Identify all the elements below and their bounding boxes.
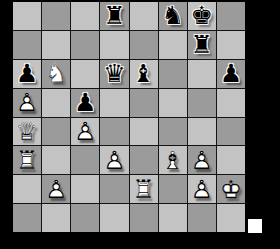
square-b3[interactable] bbox=[42, 146, 70, 174]
white-queen-icon: ♛ bbox=[13, 118, 41, 146]
black-pawn-a6[interactable]: ♟ bbox=[13, 60, 41, 88]
square-d3[interactable]: ♟♙ bbox=[100, 146, 128, 174]
square-b4[interactable] bbox=[42, 118, 70, 146]
square-c1[interactable] bbox=[71, 204, 99, 232]
white-pawn-outline-icon: ♙ bbox=[13, 89, 41, 117]
black-rook-g7[interactable]: ♜ bbox=[188, 31, 216, 59]
square-h7[interactable] bbox=[217, 31, 245, 59]
square-f8[interactable]: ♞ bbox=[159, 2, 187, 30]
white-rook-outline-icon: ♖ bbox=[13, 146, 41, 174]
square-h6[interactable]: ♟ bbox=[217, 60, 245, 88]
white-pawn-b2[interactable]: ♟♙ bbox=[42, 175, 70, 203]
white-pawn-icon: ♟ bbox=[100, 146, 128, 174]
square-e6[interactable]: ♝ bbox=[130, 60, 158, 88]
black-rook-icon: ♜ bbox=[100, 2, 128, 30]
white-queen-outline-icon: ♕ bbox=[13, 118, 41, 146]
square-c7[interactable] bbox=[71, 31, 99, 59]
square-e5[interactable] bbox=[130, 89, 158, 117]
white-knight-icon: ♞ bbox=[42, 60, 70, 88]
square-b6[interactable]: ♞♘ bbox=[42, 60, 70, 88]
square-d4[interactable] bbox=[100, 118, 128, 146]
black-queen-icon: ♛ bbox=[100, 60, 128, 88]
chess-board: ♜♞♚♜♟♞♘♛♝♟♟♙♟♛♕♟♙♜♖♟♙♝♗♟♙♟♙♜♖♟♙♚♔ bbox=[13, 2, 245, 232]
white-pawn-d3[interactable]: ♟♙ bbox=[100, 146, 128, 174]
black-pawn-c5[interactable]: ♟ bbox=[71, 89, 99, 117]
black-bishop-e6[interactable]: ♝ bbox=[130, 60, 158, 88]
white-pawn-g2[interactable]: ♟♙ bbox=[188, 175, 216, 203]
white-pawn-g3[interactable]: ♟♙ bbox=[188, 146, 216, 174]
white-pawn-outline-icon: ♙ bbox=[188, 175, 216, 203]
white-rook-e2[interactable]: ♜♖ bbox=[130, 175, 158, 203]
square-h3[interactable] bbox=[217, 146, 245, 174]
square-a2[interactable] bbox=[13, 175, 41, 203]
white-rook-outline-icon: ♖ bbox=[130, 175, 158, 203]
white-knight-outline-icon: ♘ bbox=[42, 60, 70, 88]
black-knight-icon: ♞ bbox=[159, 2, 187, 30]
square-g1[interactable] bbox=[188, 204, 216, 232]
square-a7[interactable] bbox=[13, 31, 41, 59]
square-c6[interactable] bbox=[71, 60, 99, 88]
square-e7[interactable] bbox=[130, 31, 158, 59]
square-h5[interactable] bbox=[217, 89, 245, 117]
square-g8[interactable]: ♚ bbox=[188, 2, 216, 30]
white-rook-icon: ♜ bbox=[130, 175, 158, 203]
square-e2[interactable]: ♜♖ bbox=[130, 175, 158, 203]
square-a6[interactable]: ♟ bbox=[13, 60, 41, 88]
black-rook-d8[interactable]: ♜ bbox=[100, 2, 128, 30]
square-a8[interactable] bbox=[13, 2, 41, 30]
white-pawn-icon: ♟ bbox=[188, 146, 216, 174]
black-bishop-icon: ♝ bbox=[130, 60, 158, 88]
black-pawn-h6[interactable]: ♟ bbox=[217, 60, 245, 88]
black-pawn-icon: ♟ bbox=[13, 60, 41, 88]
black-queen-d6[interactable]: ♛ bbox=[100, 60, 128, 88]
square-d2[interactable] bbox=[100, 175, 128, 203]
square-d5[interactable] bbox=[100, 89, 128, 117]
square-c3[interactable] bbox=[71, 146, 99, 174]
black-knight-f8[interactable]: ♞ bbox=[159, 2, 187, 30]
white-pawn-icon: ♟ bbox=[13, 89, 41, 117]
square-d8[interactable]: ♜ bbox=[100, 2, 128, 30]
square-a4[interactable]: ♛♕ bbox=[13, 118, 41, 146]
white-queen-a4[interactable]: ♛♕ bbox=[13, 118, 41, 146]
square-b5[interactable] bbox=[42, 89, 70, 117]
white-pawn-outline-icon: ♙ bbox=[100, 146, 128, 174]
square-e8[interactable] bbox=[130, 2, 158, 30]
white-pawn-icon: ♟ bbox=[188, 175, 216, 203]
white-knight-b6[interactable]: ♞♘ bbox=[42, 60, 70, 88]
square-e3[interactable] bbox=[130, 146, 158, 174]
white-king-h2[interactable]: ♚♔ bbox=[217, 175, 245, 203]
black-king-icon: ♚ bbox=[188, 2, 216, 30]
black-king-g8[interactable]: ♚ bbox=[188, 2, 216, 30]
square-f5[interactable] bbox=[159, 89, 187, 117]
square-d7[interactable] bbox=[100, 31, 128, 59]
square-a3[interactable]: ♜♖ bbox=[13, 146, 41, 174]
square-c5[interactable]: ♟ bbox=[71, 89, 99, 117]
square-g6[interactable] bbox=[188, 60, 216, 88]
square-a1[interactable] bbox=[13, 204, 41, 232]
square-b2[interactable]: ♟♙ bbox=[42, 175, 70, 203]
square-g3[interactable]: ♟♙ bbox=[188, 146, 216, 174]
white-king-outline-icon: ♔ bbox=[217, 175, 245, 203]
white-pawn-a5[interactable]: ♟♙ bbox=[13, 89, 41, 117]
white-to-move-indicator bbox=[248, 219, 262, 233]
white-bishop-outline-icon: ♗ bbox=[159, 146, 187, 174]
white-bishop-icon: ♝ bbox=[159, 146, 187, 174]
square-b7[interactable] bbox=[42, 31, 70, 59]
square-e4[interactable] bbox=[130, 118, 158, 146]
square-c8[interactable] bbox=[71, 2, 99, 30]
white-pawn-icon: ♟ bbox=[42, 175, 70, 203]
square-d1[interactable] bbox=[100, 204, 128, 232]
square-h1[interactable] bbox=[217, 204, 245, 232]
square-b8[interactable] bbox=[42, 2, 70, 30]
square-f7[interactable] bbox=[159, 31, 187, 59]
square-g7[interactable]: ♜ bbox=[188, 31, 216, 59]
square-g5[interactable] bbox=[188, 89, 216, 117]
square-f1[interactable] bbox=[159, 204, 187, 232]
square-f3[interactable]: ♝♗ bbox=[159, 146, 187, 174]
square-h4[interactable] bbox=[217, 118, 245, 146]
white-king-icon: ♚ bbox=[217, 175, 245, 203]
square-h8[interactable] bbox=[217, 2, 245, 30]
white-pawn-c4[interactable]: ♟♙ bbox=[71, 118, 99, 146]
white-pawn-outline-icon: ♙ bbox=[71, 118, 99, 146]
square-a5[interactable]: ♟♙ bbox=[13, 89, 41, 117]
square-c2[interactable] bbox=[71, 175, 99, 203]
square-f6[interactable] bbox=[159, 60, 187, 88]
white-pawn-outline-icon: ♙ bbox=[42, 175, 70, 203]
black-pawn-icon: ♟ bbox=[71, 89, 99, 117]
square-c4[interactable]: ♟♙ bbox=[71, 118, 99, 146]
white-bishop-f3[interactable]: ♝♗ bbox=[159, 146, 187, 174]
white-pawn-icon: ♟ bbox=[71, 118, 99, 146]
black-rook-icon: ♜ bbox=[188, 31, 216, 59]
white-rook-icon: ♜ bbox=[13, 146, 41, 174]
square-f2[interactable] bbox=[159, 175, 187, 203]
square-f4[interactable] bbox=[159, 118, 187, 146]
square-b1[interactable] bbox=[42, 204, 70, 232]
white-rook-a3[interactable]: ♜♖ bbox=[13, 146, 41, 174]
square-g4[interactable] bbox=[188, 118, 216, 146]
square-h2[interactable]: ♚♔ bbox=[217, 175, 245, 203]
square-d6[interactable]: ♛ bbox=[100, 60, 128, 88]
black-pawn-icon: ♟ bbox=[217, 60, 245, 88]
square-e1[interactable] bbox=[130, 204, 158, 232]
white-pawn-outline-icon: ♙ bbox=[188, 146, 216, 174]
square-g2[interactable]: ♟♙ bbox=[188, 175, 216, 203]
